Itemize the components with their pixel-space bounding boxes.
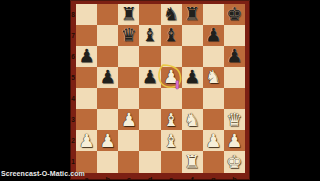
square-f5[interactable]: ♟ xyxy=(182,67,203,88)
square-g5[interactable]: ♞ xyxy=(203,67,224,88)
square-e7[interactable]: ♝ xyxy=(161,25,182,46)
square-b4[interactable] xyxy=(97,88,118,109)
piece-white-knight-f3[interactable]: ♞ xyxy=(184,111,200,129)
piece-black-pawn-f5[interactable]: ♟ xyxy=(184,68,200,86)
piece-white-knight-g5[interactable]: ♞ xyxy=(205,68,221,86)
square-g8[interactable] xyxy=(203,4,224,25)
square-c2[interactable] xyxy=(118,130,139,151)
square-f7[interactable] xyxy=(182,25,203,46)
rank-label-2: 2 xyxy=(70,130,76,151)
piece-black-bishop-d7[interactable]: ♝ xyxy=(142,26,158,44)
piece-white-king-h1[interactable]: ♚ xyxy=(226,153,242,171)
square-f2[interactable] xyxy=(182,130,203,151)
square-e8[interactable]: ♞ xyxy=(161,4,182,25)
piece-white-pawn-a2[interactable]: ♟ xyxy=(78,132,94,150)
piece-black-pawn-g7[interactable]: ♟ xyxy=(205,26,221,44)
square-d3[interactable] xyxy=(139,109,160,130)
square-f8[interactable]: ♜ xyxy=(182,4,203,25)
square-h8[interactable]: ♚ xyxy=(224,4,245,25)
square-a3[interactable] xyxy=(76,109,97,130)
square-a6[interactable]: ♟ xyxy=(76,46,97,67)
square-d4[interactable] xyxy=(139,88,160,109)
rank-label-4: 4 xyxy=(70,88,76,109)
square-c6[interactable] xyxy=(118,46,139,67)
square-e2[interactable]: ♝ xyxy=(161,130,182,151)
square-b8[interactable] xyxy=(97,4,118,25)
rank-label-8: 8 xyxy=(70,4,76,25)
square-h6[interactable]: ♟ xyxy=(224,46,245,67)
file-label-c: c xyxy=(118,175,139,181)
square-b1[interactable] xyxy=(97,151,118,172)
square-b2[interactable]: ♟ xyxy=(97,130,118,151)
square-d2[interactable] xyxy=(139,130,160,151)
square-h7[interactable] xyxy=(224,25,245,46)
square-b3[interactable] xyxy=(97,109,118,130)
piece-black-bishop-e7[interactable]: ♝ xyxy=(163,26,179,44)
square-b7[interactable] xyxy=(97,25,118,46)
square-f6[interactable] xyxy=(182,46,203,67)
rank-label-6: 6 xyxy=(70,46,76,67)
piece-white-pawn-b2[interactable]: ♟ xyxy=(100,132,116,150)
square-a2[interactable]: ♟ xyxy=(76,130,97,151)
file-label-h: h xyxy=(224,175,245,181)
square-c4[interactable] xyxy=(118,88,139,109)
piece-white-bishop-e3[interactable]: ♝ xyxy=(163,111,179,129)
square-a5[interactable] xyxy=(76,67,97,88)
square-a7[interactable] xyxy=(76,25,97,46)
file-label-d: d xyxy=(139,175,160,181)
square-e1[interactable] xyxy=(161,151,182,172)
file-label-b: b xyxy=(97,175,118,181)
piece-white-queen-h3[interactable]: ♛ xyxy=(226,111,242,129)
square-f4[interactable] xyxy=(182,88,203,109)
piece-black-pawn-d5[interactable]: ♟ xyxy=(142,68,158,86)
square-a8[interactable] xyxy=(76,4,97,25)
rank-label-5: 5 xyxy=(70,67,76,88)
file-label-g: g xyxy=(203,175,224,181)
piece-black-rook-c8[interactable]: ♜ xyxy=(121,5,137,23)
square-e6[interactable] xyxy=(161,46,182,67)
chess-board: ♜♞♜♚♛♝♝♟♟♟♟♟♟♟♞♟♝♞♛♟♟♝♟♟♜♚ 87654321abcde… xyxy=(70,0,250,180)
square-e3[interactable]: ♝ xyxy=(161,109,182,130)
square-a4[interactable] xyxy=(76,88,97,109)
square-g6[interactable] xyxy=(203,46,224,67)
square-c7[interactable]: ♛ xyxy=(118,25,139,46)
square-h4[interactable] xyxy=(224,88,245,109)
piece-white-bishop-e2[interactable]: ♝ xyxy=(163,132,179,150)
square-d7[interactable]: ♝ xyxy=(139,25,160,46)
square-c5[interactable] xyxy=(118,67,139,88)
piece-black-knight-e8[interactable]: ♞ xyxy=(163,5,179,23)
rank-label-7: 7 xyxy=(70,25,76,46)
square-f3[interactable]: ♞ xyxy=(182,109,203,130)
piece-white-pawn-e5[interactable]: ♟ xyxy=(163,68,179,86)
square-g3[interactable] xyxy=(203,109,224,130)
piece-white-pawn-c3[interactable]: ♟ xyxy=(121,111,137,129)
square-h5[interactable] xyxy=(224,67,245,88)
square-g2[interactable]: ♟ xyxy=(203,130,224,151)
piece-white-pawn-g2[interactable]: ♟ xyxy=(205,132,221,150)
file-label-f: f xyxy=(182,175,203,181)
file-label-e: e xyxy=(161,175,182,181)
square-d6[interactable] xyxy=(139,46,160,67)
square-c8[interactable]: ♜ xyxy=(118,4,139,25)
piece-black-pawn-b5[interactable]: ♟ xyxy=(100,68,116,86)
square-g7[interactable]: ♟ xyxy=(203,25,224,46)
square-g4[interactable] xyxy=(203,88,224,109)
square-b5[interactable]: ♟ xyxy=(97,67,118,88)
square-e4[interactable] xyxy=(161,88,182,109)
square-d5[interactable]: ♟ xyxy=(139,67,160,88)
piece-black-king-h8[interactable]: ♚ xyxy=(226,5,242,23)
piece-black-queen-c7[interactable]: ♛ xyxy=(121,26,137,44)
square-h2[interactable]: ♟ xyxy=(224,130,245,151)
square-f1[interactable]: ♜ xyxy=(182,151,203,172)
square-g1[interactable] xyxy=(203,151,224,172)
piece-white-rook-f1[interactable]: ♜ xyxy=(184,153,200,171)
square-e5[interactable]: ♟ xyxy=(161,67,182,88)
rank-label-3: 3 xyxy=(70,109,76,130)
square-d1[interactable] xyxy=(139,151,160,172)
square-d8[interactable] xyxy=(139,4,160,25)
square-c1[interactable] xyxy=(118,151,139,172)
board-squares: ♜♞♜♚♛♝♝♟♟♟♟♟♟♟♞♟♝♞♛♟♟♝♟♟♜♚ xyxy=(76,4,245,173)
screencast-watermark: Screencast-O-Matic.com xyxy=(1,170,85,177)
piece-white-pawn-h2[interactable]: ♟ xyxy=(226,132,242,150)
piece-black-pawn-a6[interactable]: ♟ xyxy=(78,47,94,65)
square-c3[interactable]: ♟ xyxy=(118,109,139,130)
piece-black-pawn-h6[interactable]: ♟ xyxy=(226,47,242,65)
square-h3[interactable]: ♛ xyxy=(224,109,245,130)
piece-black-rook-f8[interactable]: ♜ xyxy=(184,5,200,23)
square-b6[interactable] xyxy=(97,46,118,67)
square-h1[interactable]: ♚ xyxy=(224,151,245,172)
